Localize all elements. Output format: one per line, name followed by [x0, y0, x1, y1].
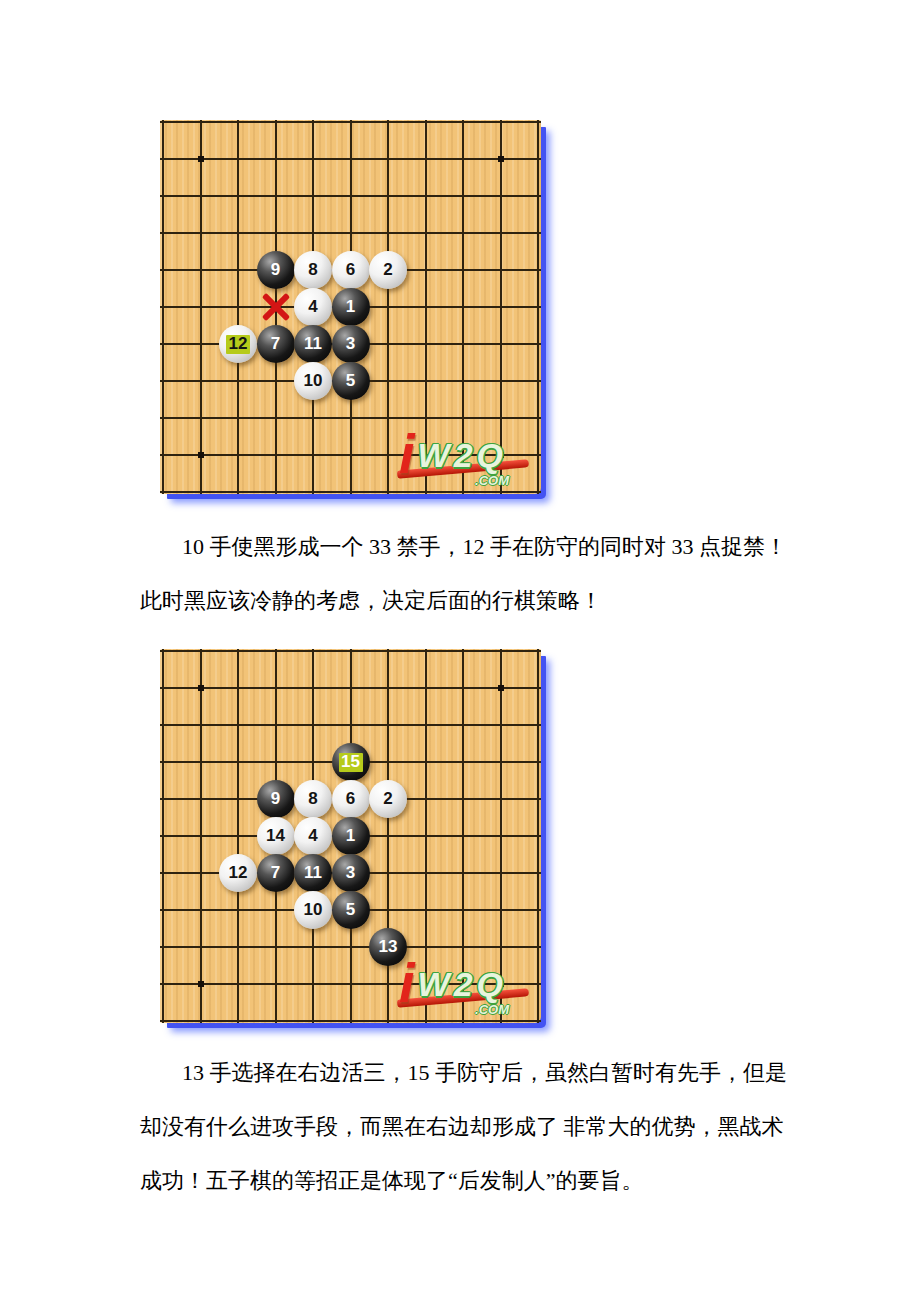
- grid-line-vertical: [537, 649, 539, 1023]
- logo-text: W2Q: [418, 438, 507, 472]
- last-move-highlight-label: 15: [339, 753, 363, 772]
- grid-line-vertical: [387, 120, 389, 494]
- gomoku-diagram-2: 159862144112711310513iW2Q.COM: [160, 649, 541, 1023]
- stone-white-6: 6: [332, 780, 370, 818]
- stone-white-12: 12: [219, 854, 257, 892]
- stone-white-10: 10: [294, 891, 332, 929]
- stone-white-12: 12: [219, 325, 257, 363]
- stone-white-14: 14: [257, 817, 295, 855]
- last-move-highlight-label: 12: [226, 335, 250, 354]
- grid-line-horizontal: [160, 491, 541, 493]
- stone-white-6: 6: [332, 251, 370, 289]
- stone-white-8: 8: [294, 251, 332, 289]
- stone-white-2: 2: [369, 780, 407, 818]
- stone-black-11: 11: [294, 325, 332, 363]
- stone-white-2: 2: [369, 251, 407, 289]
- logo-letter-i: i: [399, 955, 415, 1011]
- commentary-text-line: 成功！五子棋的等招正是体现了“后发制人”的要旨。: [140, 1154, 880, 1208]
- logo-letter-i: i: [399, 426, 415, 482]
- grid-line-vertical: [387, 649, 389, 1023]
- logo-text: W2Q: [418, 967, 507, 1001]
- stone-black-3: 3: [332, 325, 370, 363]
- stone-black-15: 15: [332, 743, 370, 781]
- logo-com-suffix: .COM: [475, 1003, 509, 1016]
- stone-black-5: 5: [332, 362, 370, 400]
- stone-black-9: 9: [257, 780, 295, 818]
- stone-black-11: 11: [294, 854, 332, 892]
- star-point: [498, 156, 504, 162]
- document-page: 986241127113105iW2Q.COM 10 手使黑形成一个 33 禁手…: [0, 0, 920, 1302]
- star-point: [198, 981, 204, 987]
- stone-black-1: 1: [332, 817, 370, 855]
- stone-white-4: 4: [294, 817, 332, 855]
- star-point: [498, 685, 504, 691]
- stone-white-10: 10: [294, 362, 332, 400]
- stone-black-3: 3: [332, 854, 370, 892]
- grid-line-horizontal: [160, 417, 541, 419]
- star-point: [198, 685, 204, 691]
- commentary-text-line: 10 手使黑形成一个 33 禁手，12 手在防守的同时对 33 点捉禁！: [140, 520, 880, 574]
- gomoku-diagram-1: 986241127113105iW2Q.COM: [160, 120, 541, 494]
- stone-white-8: 8: [294, 780, 332, 818]
- star-point: [198, 156, 204, 162]
- commentary-paragraph-1: 10 手使黑形成一个 33 禁手，12 手在防守的同时对 33 点捉禁！此时黑应…: [140, 520, 880, 628]
- commentary-text-line: 此时黑应该冷静的考虑，决定后面的行棋策略！: [140, 574, 880, 628]
- stone-black-9: 9: [257, 251, 295, 289]
- commentary-paragraph-2: 13 手选择在右边活三，15 手防守后，虽然白暂时有先手，但是却没有什么进攻手段…: [140, 1046, 880, 1208]
- grid-line-vertical: [537, 120, 539, 494]
- stone-black-7: 7: [257, 325, 295, 363]
- commentary-text-line: 13 手选择在右边活三，15 手防守后，虽然白暂时有先手，但是: [140, 1046, 880, 1100]
- site-logo-watermark: iW2Q.COM: [399, 420, 507, 476]
- site-logo-watermark: iW2Q.COM: [399, 949, 507, 1005]
- star-point: [198, 452, 204, 458]
- stone-black-5: 5: [332, 891, 370, 929]
- grid-line-horizontal: [160, 1020, 541, 1022]
- stone-black-7: 7: [257, 854, 295, 892]
- logo-com-suffix: .COM: [475, 474, 509, 487]
- stone-white-4: 4: [294, 288, 332, 326]
- forbidden-point-x-mark: [261, 292, 291, 322]
- commentary-text-line: 却没有什么进攻手段，而黑在右边却形成了 非常大的优势，黑战术: [140, 1100, 880, 1154]
- grid-line-horizontal: [160, 946, 541, 948]
- stone-black-1: 1: [332, 288, 370, 326]
